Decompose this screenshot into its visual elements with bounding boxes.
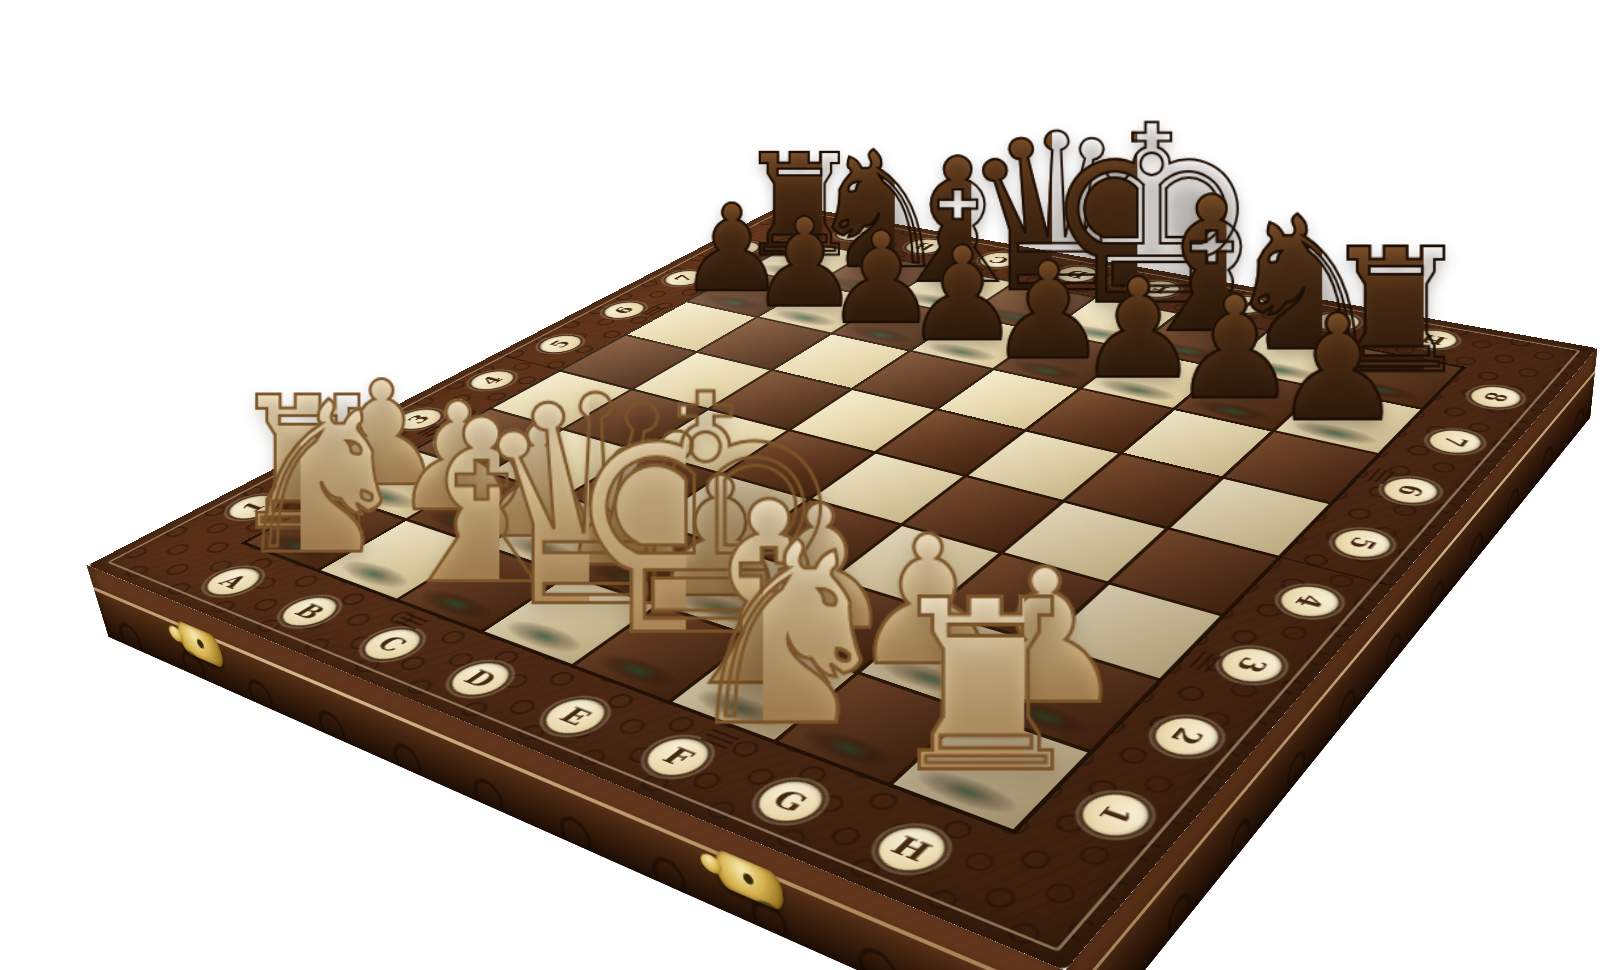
frame-tick	[1367, 468, 1397, 484]
black-pawn[interactable]: ♟	[1272, 295, 1380, 442]
perspective-camera: ♜♞♝♛♚♝♞♜♟♟♟♟♟♟♟♟♟♟♟♟♟♟♟♟♜♞♝♛♚♝♞♜ ABCDEFG…	[289, 0, 1462, 970]
white-rook[interactable]: ♜	[880, 570, 1024, 806]
brass-clasp-icon	[713, 846, 785, 913]
frame-tick	[1188, 651, 1224, 674]
brass-clasp-icon	[175, 619, 226, 670]
product-photo: ♜♞♝♛♚♝♞♜♟♟♟♟♟♟♟♟♟♟♟♟♟♟♟♟♜♞♝♛♚♝♞♜ ABCDEFG…	[0, 0, 1600, 970]
square-h7[interactable]: ♟	[1276, 389, 1420, 453]
square-h1[interactable]: ♜	[893, 713, 1087, 829]
black-pawn[interactable]: ♟	[988, 244, 1087, 378]
black-pawn[interactable]: ♟	[904, 229, 1000, 359]
